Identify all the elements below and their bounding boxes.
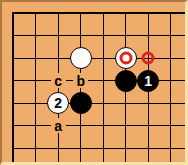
black-stone-F16 [115,70,138,93]
black-stone-G16-move-1: 1 [137,70,160,93]
move-number: 1 [144,74,152,88]
point-label-a: a [47,115,70,138]
point-label: b [73,73,88,88]
red-circle-marker-icon [119,52,132,65]
go-board-diagram: c b 1 2 a [0,0,188,165]
move-number: 2 [54,96,62,110]
marked-empty-point-G17 [137,47,160,70]
white-stone-F17-circled [115,47,138,70]
white-stone [70,47,92,69]
intersection-grid: c b 1 2 a [2,2,182,160]
black-stone: 1 [137,70,159,92]
white-stone: 2 [47,92,69,114]
red-circle-marker-icon [142,52,155,65]
white-stone-C15-move-2: 2 [47,92,70,115]
point-label-b: b [70,70,93,93]
white-stone-D17 [70,47,93,70]
black-stone-D15 [70,92,93,115]
point-label: c [51,73,66,88]
black-stone [115,70,137,92]
point-label-c: c [47,70,70,93]
black-stone [70,92,92,114]
point-label: a [51,118,66,133]
